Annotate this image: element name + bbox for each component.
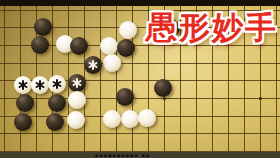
- white-stone[interactable]: [121, 110, 139, 128]
- white-stone[interactable]: [138, 109, 156, 127]
- black-stone[interactable]: [34, 18, 52, 36]
- black-stone[interactable]: [16, 94, 34, 112]
- caption-text: ▪▪▪▪▪▪▪▪▪▪ ▪▪: [95, 152, 150, 158]
- white-stone[interactable]: [103, 54, 121, 72]
- white-stone[interactable]: [67, 111, 85, 129]
- grid-hline: [0, 98, 280, 99]
- black-stone[interactable]: [70, 37, 88, 55]
- black-stone[interactable]: [116, 88, 134, 106]
- grid-hline: [0, 133, 280, 134]
- white-stone[interactable]: [100, 37, 118, 55]
- grid-hline: [0, 63, 280, 64]
- white-stone[interactable]: [119, 21, 137, 39]
- star-point: [163, 97, 166, 100]
- white-stone-marked[interactable]: [14, 76, 32, 94]
- black-stone[interactable]: [117, 39, 135, 57]
- black-stone[interactable]: [31, 36, 49, 54]
- letterbox-top-bar: [0, 0, 280, 6]
- white-stone-marked[interactable]: [48, 75, 66, 93]
- black-stone[interactable]: [14, 113, 32, 131]
- title-overlay-text: 愚形妙手: [146, 7, 278, 47]
- black-stone[interactable]: [154, 79, 172, 97]
- black-stone[interactable]: [48, 94, 66, 112]
- black-stone-marked[interactable]: [84, 56, 102, 74]
- go-video-frame: 愚形妙手 ▪▪▪▪▪▪▪▪▪▪ ▪▪: [0, 0, 280, 158]
- white-stone[interactable]: [68, 91, 86, 109]
- bottom-caption-bar: ▪▪▪▪▪▪▪▪▪▪ ▪▪: [0, 152, 280, 158]
- white-stone-marked[interactable]: [31, 76, 49, 94]
- white-stone[interactable]: [103, 110, 121, 128]
- star-point: [259, 97, 262, 100]
- black-stone[interactable]: [46, 113, 64, 131]
